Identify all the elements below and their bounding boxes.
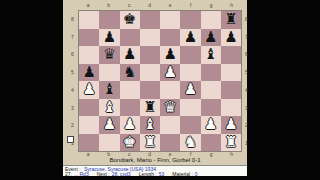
square-g5[interactable]: [201, 64, 221, 82]
coord-rank-7: 7: [69, 28, 76, 46]
square-e7[interactable]: [160, 29, 180, 47]
piece-white-knight[interactable]: ♞: [180, 134, 200, 152]
coord-rank-4: 4: [69, 81, 76, 99]
piece-white-pawn[interactable]: ♟: [79, 81, 99, 99]
coord-file-h: h: [222, 2, 243, 9]
coord-file-g: g: [201, 2, 222, 9]
status-value-1: 28. cxd3: [112, 171, 131, 177]
piece-black-bishop[interactable]: ♝: [201, 46, 221, 64]
coord-rank-7: 7: [243, 28, 250, 46]
coord-rank-2: 2: [69, 117, 76, 135]
piece-white-pawn[interactable]: ♟: [201, 116, 221, 134]
square-g7[interactable]: ♟: [201, 29, 221, 47]
square-g2[interactable]: ♟: [201, 116, 221, 134]
square-b2[interactable]: ♟: [99, 116, 119, 134]
chess-board[interactable]: ♚♜♟♟♟♟♛♟♟♝♟♞♟♟♝♟♝♜♛♟♟♝♟♟♚♜♞♜: [78, 10, 242, 152]
square-c8[interactable]: ♚: [120, 11, 140, 29]
square-c7[interactable]: [120, 29, 140, 47]
piece-black-rook[interactable]: ♜: [140, 99, 160, 117]
square-d1[interactable]: ♜: [140, 134, 160, 152]
square-d8[interactable]: [140, 11, 160, 29]
status-value-0: ... Rd3: [74, 171, 89, 177]
square-a4[interactable]: ♟: [79, 81, 99, 99]
square-a5[interactable]: ♟: [79, 64, 99, 82]
coord-rank-5: 5: [243, 63, 250, 81]
coord-file-e: e: [160, 2, 181, 9]
square-a6[interactable]: [79, 46, 99, 64]
piece-white-pawn[interactable]: ♟: [180, 81, 200, 99]
piece-white-bishop[interactable]: ♝: [99, 99, 119, 117]
piece-white-rook[interactable]: ♜: [140, 134, 160, 152]
coord-file-f: f: [181, 2, 202, 9]
square-f1[interactable]: ♞: [180, 134, 200, 152]
square-d4[interactable]: [140, 81, 160, 99]
coord-file-b: b: [99, 2, 120, 9]
coord-rank-8: 8: [69, 10, 76, 28]
square-d3[interactable]: ♜: [140, 99, 160, 117]
square-h2[interactable]: ♟: [221, 116, 241, 134]
coord-rank-3: 3: [69, 99, 76, 117]
piece-black-pawn[interactable]: ♟: [180, 29, 200, 47]
square-h8[interactable]: ♜: [221, 11, 241, 29]
square-h7[interactable]: ♟: [221, 29, 241, 47]
coord-rank-5: 5: [69, 63, 76, 81]
square-g8[interactable]: [201, 11, 221, 29]
square-d7[interactable]: [140, 29, 160, 47]
square-e3[interactable]: ♛: [160, 99, 180, 117]
square-e4[interactable]: [160, 81, 180, 99]
square-b6[interactable]: ♛: [99, 46, 119, 64]
piece-white-pawn[interactable]: ♟: [221, 116, 241, 134]
square-h6[interactable]: [221, 46, 241, 64]
move-status-line: 27.... Rd3Next :28. cxd3Length :53Materi…: [65, 172, 245, 177]
square-d6[interactable]: [140, 46, 160, 64]
piece-black-pawn[interactable]: ♟: [120, 46, 140, 64]
coord-rank-2: 2: [243, 117, 250, 135]
square-c3[interactable]: [120, 99, 140, 117]
coord-rank-1: 1: [243, 134, 250, 152]
square-h4[interactable]: [221, 81, 241, 99]
piece-white-queen[interactable]: ♛: [160, 99, 180, 117]
square-c6[interactable]: ♟: [120, 46, 140, 64]
square-b1[interactable]: [99, 134, 119, 152]
status-label-3: Material :: [172, 171, 193, 177]
piece-black-rook[interactable]: ♜: [221, 11, 241, 29]
square-b3[interactable]: ♝: [99, 99, 119, 117]
square-e6[interactable]: ♟: [160, 46, 180, 64]
status-label-0: 27.: [65, 171, 72, 177]
coord-file-a: a: [78, 2, 99, 9]
piece-white-pawn[interactable]: ♟: [99, 116, 119, 134]
piece-white-king[interactable]: ♚: [120, 134, 140, 152]
game-title-players-result: Bondtark, Mario - Finn, Gorbel 0-1: [63, 157, 247, 164]
square-f2[interactable]: [180, 116, 200, 134]
piece-white-pawn[interactable]: ♟: [160, 64, 180, 82]
file-labels-top: abcdefgh: [78, 2, 242, 9]
square-d5[interactable]: [140, 64, 160, 82]
coord-file-c: c: [119, 2, 140, 9]
piece-black-pawn[interactable]: ♟: [221, 29, 241, 47]
square-f4[interactable]: ♟: [180, 81, 200, 99]
piece-black-pawn[interactable]: ♟: [79, 64, 99, 82]
square-g4[interactable]: [201, 81, 221, 99]
chess-gui-panel: abcdefgh 87654321 ♚♜♟♟♟♟♛♟♟♝♟♞♟♟♝♟♝♜♛♟♟♝…: [63, 0, 247, 176]
piece-black-knight[interactable]: ♞: [120, 64, 140, 82]
status-label-1: Next :: [97, 171, 110, 177]
rank-labels-right: 87654321: [243, 10, 250, 152]
game-info-panel: Event : Syracuse, Syracuse (USA) 1934 27…: [63, 165, 247, 176]
square-a1[interactable]: [79, 134, 99, 152]
square-b7[interactable]: ♟: [99, 29, 119, 47]
square-f8[interactable]: [180, 11, 200, 29]
square-h5[interactable]: [221, 64, 241, 82]
square-e1[interactable]: [160, 134, 180, 152]
coord-rank-4: 4: [243, 81, 250, 99]
coord-file-d: d: [140, 2, 161, 9]
status-value-3: 0: [195, 171, 198, 177]
coord-rank-6: 6: [69, 46, 76, 64]
coord-rank-3: 3: [243, 99, 250, 117]
square-e5[interactable]: ♟: [160, 64, 180, 82]
video-frame: abcdefgh 87654321 ♚♜♟♟♟♟♛♟♟♝♟♞♟♟♝♟♝♜♛♟♟♝…: [0, 0, 320, 180]
square-c5[interactable]: ♞: [120, 64, 140, 82]
piece-black-bishop[interactable]: ♝: [99, 81, 119, 99]
square-h1[interactable]: ♜: [221, 134, 241, 152]
square-g6[interactable]: ♝: [201, 46, 221, 64]
square-b4[interactable]: ♝: [99, 81, 119, 99]
square-d2[interactable]: ♝: [140, 116, 160, 134]
square-f5[interactable]: [180, 64, 200, 82]
piece-white-pawn[interactable]: ♟: [120, 116, 140, 134]
square-f7[interactable]: ♟: [180, 29, 200, 47]
square-c4[interactable]: [120, 81, 140, 99]
coord-rank-8: 8: [243, 10, 250, 28]
piece-black-pawn[interactable]: ♟: [160, 46, 180, 64]
square-b8[interactable]: [99, 11, 119, 29]
status-label-2: Length :: [139, 171, 157, 177]
square-b5[interactable]: [99, 64, 119, 82]
square-a7[interactable]: [79, 29, 99, 47]
square-a2[interactable]: [79, 116, 99, 134]
square-c1[interactable]: ♚: [120, 134, 140, 152]
white-to-move-indicator: [67, 136, 74, 143]
square-e2[interactable]: [160, 116, 180, 134]
square-a3[interactable]: [79, 99, 99, 117]
piece-black-king[interactable]: ♚: [120, 11, 140, 29]
square-e8[interactable]: [160, 11, 180, 29]
rank-labels-left: 87654321: [69, 10, 76, 152]
square-a8[interactable]: [79, 11, 99, 29]
square-h3[interactable]: [221, 99, 241, 117]
square-c2[interactable]: ♟: [120, 116, 140, 134]
piece-white-bishop[interactable]: ♝: [140, 116, 160, 134]
square-g3[interactable]: [201, 99, 221, 117]
square-f6[interactable]: [180, 46, 200, 64]
status-value-2: 53: [159, 171, 165, 177]
piece-white-rook[interactable]: ♜: [221, 134, 241, 152]
piece-black-queen[interactable]: ♛: [99, 46, 119, 64]
piece-black-pawn[interactable]: ♟: [99, 29, 119, 47]
coord-rank-6: 6: [243, 46, 250, 64]
square-f3[interactable]: [180, 99, 200, 117]
piece-black-pawn[interactable]: ♟: [201, 29, 221, 47]
square-g1[interactable]: [201, 134, 221, 152]
